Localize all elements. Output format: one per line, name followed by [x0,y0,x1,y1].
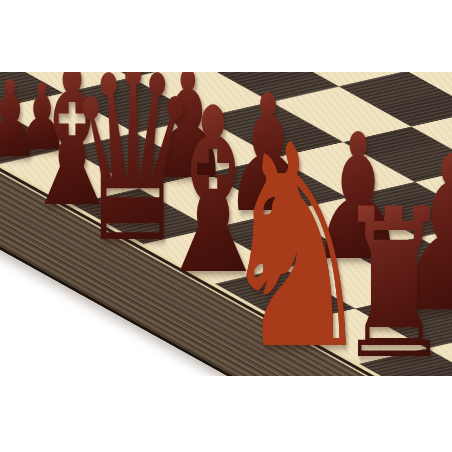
board-grid [0,72,452,376]
chessboard-photo: ♟♟♝♛♟♝♟♞♟♜♟ [0,72,452,376]
chess-board [0,72,452,376]
product-photo-page: { "game": "chess", "scene": { "descripti… [0,0,452,452]
